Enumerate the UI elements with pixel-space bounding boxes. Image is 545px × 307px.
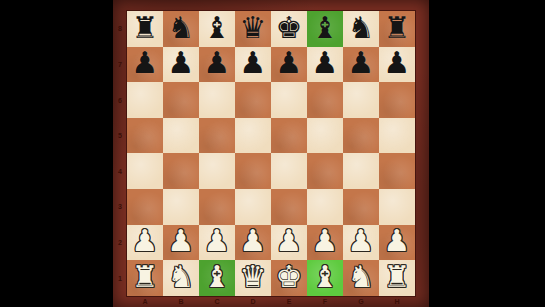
square-e2[interactable]: ♟ — [271, 225, 307, 261]
square-d7[interactable]: ♟ — [235, 47, 271, 83]
rank-labels: 87654321 — [113, 11, 127, 296]
square-e5[interactable] — [271, 118, 307, 154]
black-pawn[interactable]: ♟ — [132, 48, 159, 78]
video-frame: 87654321 ABCDEFGH ♜♞♝♛♚♝♞♜♟♟♟♟♟♟♟♟♟♟♟♟♟♟… — [0, 0, 545, 307]
square-g3[interactable] — [343, 189, 379, 225]
rank-label-1: 1 — [113, 260, 127, 296]
square-h5[interactable] — [379, 118, 415, 154]
square-d1[interactable]: ♛ — [235, 260, 271, 296]
black-pawn[interactable]: ♟ — [312, 48, 339, 78]
black-knight[interactable]: ♞ — [168, 13, 195, 43]
file-label-h: H — [379, 296, 415, 307]
black-queen[interactable]: ♛ — [240, 13, 267, 43]
square-c4[interactable] — [199, 153, 235, 189]
file-label-e: E — [271, 296, 307, 307]
black-pawn[interactable]: ♟ — [276, 48, 303, 78]
square-e8[interactable]: ♚ — [271, 11, 307, 47]
black-king[interactable]: ♚ — [276, 13, 303, 43]
black-knight[interactable]: ♞ — [348, 13, 375, 43]
square-a3[interactable] — [127, 189, 163, 225]
square-d4[interactable] — [235, 153, 271, 189]
rank-label-5: 5 — [113, 118, 127, 154]
square-h3[interactable] — [379, 189, 415, 225]
square-e4[interactable] — [271, 153, 307, 189]
white-pawn[interactable]: ♟ — [348, 226, 375, 256]
white-pawn[interactable]: ♟ — [276, 226, 303, 256]
square-d3[interactable] — [235, 189, 271, 225]
white-knight[interactable]: ♞ — [168, 262, 195, 292]
square-c2[interactable]: ♟ — [199, 225, 235, 261]
white-rook[interactable]: ♜ — [132, 262, 159, 292]
file-label-a: A — [127, 296, 163, 307]
square-b1[interactable]: ♞ — [163, 260, 199, 296]
white-pawn[interactable]: ♟ — [204, 226, 231, 256]
square-b6[interactable] — [163, 82, 199, 118]
square-g6[interactable] — [343, 82, 379, 118]
square-d8[interactable]: ♛ — [235, 11, 271, 47]
square-h2[interactable]: ♟ — [379, 225, 415, 261]
file-label-f: F — [307, 296, 343, 307]
square-c6[interactable] — [199, 82, 235, 118]
square-a6[interactable] — [127, 82, 163, 118]
square-g5[interactable] — [343, 118, 379, 154]
white-bishop[interactable]: ♝ — [204, 262, 231, 292]
square-c5[interactable] — [199, 118, 235, 154]
square-g4[interactable] — [343, 153, 379, 189]
rank-label-7: 7 — [113, 47, 127, 83]
square-f1[interactable]: ♝ — [307, 260, 343, 296]
square-f7[interactable]: ♟ — [307, 47, 343, 83]
square-g2[interactable]: ♟ — [343, 225, 379, 261]
file-label-b: B — [163, 296, 199, 307]
square-d5[interactable] — [235, 118, 271, 154]
square-b3[interactable] — [163, 189, 199, 225]
rank-label-2: 2 — [113, 225, 127, 261]
black-pawn[interactable]: ♟ — [348, 48, 375, 78]
square-b5[interactable] — [163, 118, 199, 154]
file-label-c: C — [199, 296, 235, 307]
square-e1[interactable]: ♚ — [271, 260, 307, 296]
white-rook[interactable]: ♜ — [384, 262, 411, 292]
square-a7[interactable]: ♟ — [127, 47, 163, 83]
square-f5[interactable] — [307, 118, 343, 154]
white-pawn[interactable]: ♟ — [132, 226, 159, 256]
rank-label-4: 4 — [113, 154, 127, 190]
black-bishop[interactable]: ♝ — [204, 13, 231, 43]
chess-board: ♜♞♝♛♚♝♞♜♟♟♟♟♟♟♟♟♟♟♟♟♟♟♟♟♜♞♝♛♚♝♞♜ — [127, 11, 415, 296]
white-queen[interactable]: ♛ — [240, 262, 267, 292]
white-pawn[interactable]: ♟ — [168, 226, 195, 256]
square-b2[interactable]: ♟ — [163, 225, 199, 261]
square-h7[interactable]: ♟ — [379, 47, 415, 83]
square-h8[interactable]: ♜ — [379, 11, 415, 47]
square-a4[interactable] — [127, 153, 163, 189]
square-d6[interactable] — [235, 82, 271, 118]
file-label-g: G — [343, 296, 379, 307]
square-f6[interactable] — [307, 82, 343, 118]
rank-label-3: 3 — [113, 189, 127, 225]
white-bishop[interactable]: ♝ — [312, 262, 339, 292]
square-d2[interactable]: ♟ — [235, 225, 271, 261]
square-f8[interactable]: ♝ — [307, 11, 343, 47]
square-g1[interactable]: ♞ — [343, 260, 379, 296]
square-a1[interactable]: ♜ — [127, 260, 163, 296]
black-pawn[interactable]: ♟ — [384, 48, 411, 78]
square-b8[interactable]: ♞ — [163, 11, 199, 47]
square-b4[interactable] — [163, 153, 199, 189]
square-f4[interactable] — [307, 153, 343, 189]
square-e6[interactable] — [271, 82, 307, 118]
white-pawn[interactable]: ♟ — [240, 226, 267, 256]
black-rook[interactable]: ♜ — [132, 13, 159, 43]
black-bishop[interactable]: ♝ — [312, 13, 339, 43]
square-e3[interactable] — [271, 189, 307, 225]
square-c3[interactable] — [199, 189, 235, 225]
white-king[interactable]: ♚ — [276, 262, 303, 292]
square-f3[interactable] — [307, 189, 343, 225]
square-g8[interactable]: ♞ — [343, 11, 379, 47]
square-c8[interactable]: ♝ — [199, 11, 235, 47]
black-pawn[interactable]: ♟ — [204, 48, 231, 78]
black-pawn[interactable]: ♟ — [168, 48, 195, 78]
chess-board-frame: 87654321 ABCDEFGH ♜♞♝♛♚♝♞♜♟♟♟♟♟♟♟♟♟♟♟♟♟♟… — [113, 0, 429, 307]
square-h6[interactable] — [379, 82, 415, 118]
square-f2[interactable]: ♟ — [307, 225, 343, 261]
white-pawn[interactable]: ♟ — [312, 226, 339, 256]
rank-label-8: 8 — [113, 11, 127, 47]
square-a8[interactable]: ♜ — [127, 11, 163, 47]
file-labels: ABCDEFGH — [127, 296, 415, 307]
square-a5[interactable] — [127, 118, 163, 154]
square-e7[interactable]: ♟ — [271, 47, 307, 83]
square-c1[interactable]: ♝ — [199, 260, 235, 296]
square-h1[interactable]: ♜ — [379, 260, 415, 296]
square-g7[interactable]: ♟ — [343, 47, 379, 83]
file-label-d: D — [235, 296, 271, 307]
rank-label-6: 6 — [113, 82, 127, 118]
white-knight[interactable]: ♞ — [348, 262, 375, 292]
black-rook[interactable]: ♜ — [384, 13, 411, 43]
square-b7[interactable]: ♟ — [163, 47, 199, 83]
square-a2[interactable]: ♟ — [127, 225, 163, 261]
square-c7[interactable]: ♟ — [199, 47, 235, 83]
black-pawn[interactable]: ♟ — [240, 48, 267, 78]
square-h4[interactable] — [379, 153, 415, 189]
white-pawn[interactable]: ♟ — [384, 226, 411, 256]
